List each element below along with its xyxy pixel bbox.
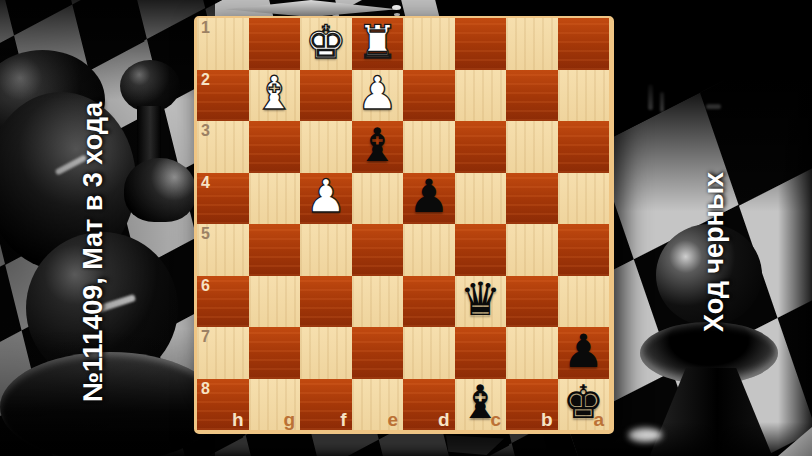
rank-label-2: 2 <box>201 72 210 88</box>
piece-black-king-a8: ♚ <box>563 379 604 425</box>
square-c5 <box>455 224 507 276</box>
rank-label-5: 5 <box>201 226 210 242</box>
square-h7: 7 <box>197 327 249 379</box>
chess-board: 1♚♜2♝♟3♝4♟♟56♛7♟8hgfedc♝ba♚ <box>197 18 609 430</box>
piece-white-rook-e1: ♜ <box>357 19 398 65</box>
piece-white-king-f1: ♚ <box>305 19 346 65</box>
square-f1: ♚ <box>300 18 352 70</box>
square-g1 <box>249 18 301 70</box>
square-a6 <box>558 276 610 328</box>
square-h1: 1 <box>197 18 249 70</box>
file-label-g: g <box>283 410 295 429</box>
square-h4: 4 <box>197 173 249 225</box>
square-a2 <box>558 70 610 122</box>
square-c1 <box>455 18 507 70</box>
square-e3: ♝ <box>352 121 404 173</box>
square-e8: e <box>352 379 404 431</box>
file-label-f: f <box>340 410 346 429</box>
square-f2 <box>300 70 352 122</box>
square-b4 <box>506 173 558 225</box>
bg-shadow-right-edge <box>778 0 812 456</box>
square-e4 <box>352 173 404 225</box>
square-f4: ♟ <box>300 173 352 225</box>
file-label-e: e <box>387 410 398 429</box>
square-g4 <box>249 173 301 225</box>
file-label-b: b <box>541 410 553 429</box>
square-g7 <box>249 327 301 379</box>
piece-black-bishop-e3: ♝ <box>357 122 398 168</box>
square-a7: ♟ <box>558 327 610 379</box>
rank-label-7: 7 <box>201 329 210 345</box>
square-a5 <box>558 224 610 276</box>
file-label-h: h <box>232 410 244 429</box>
square-e1: ♜ <box>352 18 404 70</box>
square-d2 <box>403 70 455 122</box>
square-f8: f <box>300 379 352 431</box>
square-g2: ♝ <box>249 70 301 122</box>
square-b7 <box>506 327 558 379</box>
rank-label-1: 1 <box>201 20 210 36</box>
square-e7 <box>352 327 404 379</box>
square-f3 <box>300 121 352 173</box>
square-h6: 6 <box>197 276 249 328</box>
square-b3 <box>506 121 558 173</box>
piece-white-pawn-e2: ♟ <box>357 70 398 116</box>
rank-label-4: 4 <box>201 175 210 191</box>
rank-label-6: 6 <box>201 278 210 294</box>
rank-label-3: 3 <box>201 123 210 139</box>
square-a1 <box>558 18 610 70</box>
square-a3 <box>558 121 610 173</box>
square-c2 <box>455 70 507 122</box>
square-g8: g <box>249 379 301 431</box>
puzzle-caption-left: №111409, Мат в 3 хода <box>78 102 109 402</box>
square-g5 <box>249 224 301 276</box>
square-a8: a♚ <box>558 379 610 431</box>
file-label-d: d <box>438 410 450 429</box>
square-e6 <box>352 276 404 328</box>
puzzle-screenshot: №111409, Мат в 3 хода Ход черных 1♚♜2♝♟3… <box>0 0 812 456</box>
rank-label-8: 8 <box>201 381 210 397</box>
piece-black-bishop-c8: ♝ <box>460 379 501 425</box>
square-d5 <box>403 224 455 276</box>
square-e5 <box>352 224 404 276</box>
piece-white-bishop-g2: ♝ <box>254 70 295 116</box>
square-h2: 2 <box>197 70 249 122</box>
piece-white-pawn-f4: ♟ <box>305 173 346 219</box>
square-c6: ♛ <box>455 276 507 328</box>
square-f5 <box>300 224 352 276</box>
square-b5 <box>506 224 558 276</box>
side-to-move-caption-right: Ход черных <box>699 172 730 332</box>
square-h3: 3 <box>197 121 249 173</box>
square-c3 <box>455 121 507 173</box>
square-b2 <box>506 70 558 122</box>
square-h8: 8h <box>197 379 249 431</box>
square-d4: ♟ <box>403 173 455 225</box>
square-d7 <box>403 327 455 379</box>
square-h5: 5 <box>197 224 249 276</box>
bg-highlight-blob <box>628 428 662 442</box>
piece-black-queen-c6: ♛ <box>460 276 501 322</box>
square-d3 <box>403 121 455 173</box>
square-a4 <box>558 173 610 225</box>
square-d8: d <box>403 379 455 431</box>
square-g3 <box>249 121 301 173</box>
square-c8: c♝ <box>455 379 507 431</box>
square-b1 <box>506 18 558 70</box>
bg-highlight-dot <box>392 5 401 10</box>
square-d6 <box>403 276 455 328</box>
square-c4 <box>455 173 507 225</box>
square-b8: b <box>506 379 558 431</box>
piece-black-pawn-d4: ♟ <box>408 173 449 219</box>
square-f7 <box>300 327 352 379</box>
square-d1 <box>403 18 455 70</box>
square-e2: ♟ <box>352 70 404 122</box>
piece-black-pawn-a7: ♟ <box>563 328 604 374</box>
square-c7 <box>455 327 507 379</box>
chess-board-frame: 1♚♜2♝♟3♝4♟♟56♛7♟8hgfedc♝ba♚ <box>194 16 614 434</box>
square-b6 <box>506 276 558 328</box>
square-g6 <box>249 276 301 328</box>
square-f6 <box>300 276 352 328</box>
